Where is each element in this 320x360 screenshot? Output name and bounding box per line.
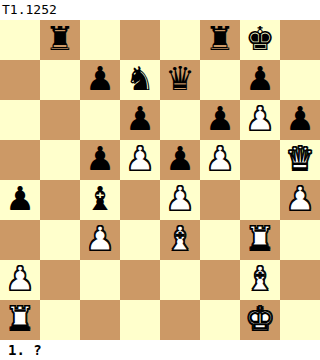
square-c2[interactable] [80, 260, 120, 300]
square-c7[interactable]: ♟ [80, 60, 120, 100]
black-king-icon: ♚ [245, 19, 275, 59]
square-d4[interactable] [120, 180, 160, 220]
square-g8[interactable]: ♚ [240, 20, 280, 60]
square-h1[interactable] [280, 300, 320, 340]
square-h8[interactable] [280, 20, 320, 60]
white-pawn-icon: ♟ [125, 139, 155, 179]
square-c1[interactable] [80, 300, 120, 340]
square-a8[interactable] [0, 20, 40, 60]
square-e7[interactable]: ♛ [160, 60, 200, 100]
square-a3[interactable] [0, 220, 40, 260]
white-rook-icon: ♜ [5, 299, 35, 339]
square-a2[interactable]: ♟ [0, 260, 40, 300]
move-prompt-label: 1. ? [0, 340, 320, 360]
white-pawn-icon: ♟ [285, 179, 315, 219]
square-h3[interactable] [280, 220, 320, 260]
square-f5[interactable]: ♟ [200, 140, 240, 180]
white-king-icon: ♚ [245, 299, 275, 339]
square-f3[interactable] [200, 220, 240, 260]
square-f2[interactable] [200, 260, 240, 300]
square-a6[interactable] [0, 100, 40, 140]
square-d5[interactable]: ♟ [120, 140, 160, 180]
black-knight-icon: ♞ [125, 59, 155, 99]
square-f7[interactable] [200, 60, 240, 100]
square-d7[interactable]: ♞ [120, 60, 160, 100]
square-h4[interactable]: ♟ [280, 180, 320, 220]
white-bishop-icon: ♝ [245, 259, 275, 299]
square-f8[interactable]: ♜ [200, 20, 240, 60]
square-e6[interactable] [160, 100, 200, 140]
square-c5[interactable]: ♟ [80, 140, 120, 180]
black-rook-icon: ♜ [45, 19, 75, 59]
white-bishop-icon: ♝ [165, 219, 195, 259]
black-pawn-icon: ♟ [85, 139, 115, 179]
chess-puzzle-window: T1.1252 ♜♜♚♟♞♛♟♟♟♟♟♟♟♟♟♛♟♝♟♟♟♝♜♟♝♜♚ 1. ? [0, 0, 320, 360]
square-e4[interactable]: ♟ [160, 180, 200, 220]
square-g5[interactable] [240, 140, 280, 180]
black-pawn-icon: ♟ [125, 99, 155, 139]
white-pawn-icon: ♟ [165, 179, 195, 219]
square-d6[interactable]: ♟ [120, 100, 160, 140]
black-pawn-icon: ♟ [205, 99, 235, 139]
square-a4[interactable]: ♟ [0, 180, 40, 220]
square-b3[interactable] [40, 220, 80, 260]
white-pawn-icon: ♟ [245, 99, 275, 139]
black-queen-icon: ♛ [165, 59, 195, 99]
square-f4[interactable] [200, 180, 240, 220]
square-b6[interactable] [40, 100, 80, 140]
black-rook-icon: ♜ [205, 19, 235, 59]
square-f1[interactable] [200, 300, 240, 340]
black-pawn-icon: ♟ [165, 139, 195, 179]
white-pawn-icon: ♟ [5, 259, 35, 299]
square-e3[interactable]: ♝ [160, 220, 200, 260]
black-pawn-icon: ♟ [85, 59, 115, 99]
square-g2[interactable]: ♝ [240, 260, 280, 300]
square-h7[interactable] [280, 60, 320, 100]
white-rook-icon: ♜ [245, 219, 275, 259]
square-b2[interactable] [40, 260, 80, 300]
square-b1[interactable] [40, 300, 80, 340]
chess-board: ♜♜♚♟♞♛♟♟♟♟♟♟♟♟♟♛♟♝♟♟♟♝♜♟♝♜♚ [0, 20, 320, 340]
square-a7[interactable] [0, 60, 40, 100]
white-pawn-icon: ♟ [85, 219, 115, 259]
puzzle-id-label: T1.1252 [0, 0, 320, 20]
square-a5[interactable] [0, 140, 40, 180]
square-d8[interactable] [120, 20, 160, 60]
square-c3[interactable]: ♟ [80, 220, 120, 260]
square-d3[interactable] [120, 220, 160, 260]
black-pawn-icon: ♟ [5, 179, 35, 219]
square-g7[interactable]: ♟ [240, 60, 280, 100]
square-c6[interactable] [80, 100, 120, 140]
square-e1[interactable] [160, 300, 200, 340]
black-pawn-icon: ♟ [285, 99, 315, 139]
square-h5[interactable]: ♛ [280, 140, 320, 180]
white-queen-icon: ♛ [285, 139, 315, 179]
black-bishop-icon: ♝ [85, 179, 115, 219]
black-pawn-icon: ♟ [245, 59, 275, 99]
square-d2[interactable] [120, 260, 160, 300]
square-b5[interactable] [40, 140, 80, 180]
square-e8[interactable] [160, 20, 200, 60]
square-e5[interactable]: ♟ [160, 140, 200, 180]
square-c8[interactable] [80, 20, 120, 60]
square-h6[interactable]: ♟ [280, 100, 320, 140]
square-g6[interactable]: ♟ [240, 100, 280, 140]
square-g4[interactable] [240, 180, 280, 220]
square-g1[interactable]: ♚ [240, 300, 280, 340]
square-e2[interactable] [160, 260, 200, 300]
white-pawn-icon: ♟ [205, 139, 235, 179]
square-f6[interactable]: ♟ [200, 100, 240, 140]
square-h2[interactable] [280, 260, 320, 300]
square-g3[interactable]: ♜ [240, 220, 280, 260]
square-b4[interactable] [40, 180, 80, 220]
square-c4[interactable]: ♝ [80, 180, 120, 220]
square-a1[interactable]: ♜ [0, 300, 40, 340]
square-b7[interactable] [40, 60, 80, 100]
square-d1[interactable] [120, 300, 160, 340]
square-b8[interactable]: ♜ [40, 20, 80, 60]
